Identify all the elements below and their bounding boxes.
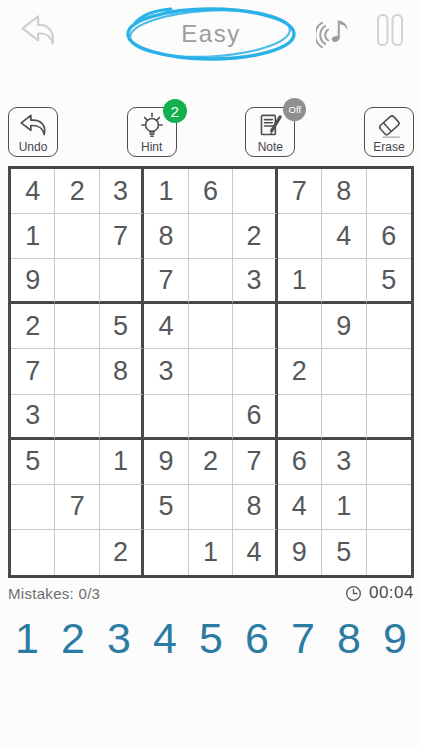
numpad-8[interactable]: 8 — [328, 614, 370, 662]
cell-r4c8[interactable]: 9 — [322, 304, 366, 349]
top-bar: Easy — [0, 0, 422, 62]
cell-r4c2[interactable] — [55, 304, 99, 349]
undo-arrow-icon — [17, 110, 49, 140]
cell-r7c7[interactable]: 6 — [278, 440, 322, 485]
cell-r2c8[interactable]: 4 — [322, 214, 366, 259]
cell-r2c1[interactable]: 1 — [11, 214, 55, 259]
cell-r1c3[interactable]: 3 — [100, 169, 144, 214]
cell-r9c9[interactable] — [367, 530, 411, 575]
cell-r8c8[interactable]: 1 — [322, 485, 366, 530]
cell-r8c6[interactable]: 8 — [233, 485, 277, 530]
cell-r5c4[interactable]: 3 — [144, 349, 188, 394]
cell-r6c3[interactable] — [100, 395, 144, 440]
cell-r7c6[interactable]: 7 — [233, 440, 277, 485]
erase-label: Erase — [373, 141, 404, 154]
cell-r7c5[interactable]: 2 — [189, 440, 233, 485]
cell-r7c1[interactable]: 5 — [11, 440, 55, 485]
cell-r7c3[interactable]: 1 — [100, 440, 144, 485]
eraser-icon — [373, 110, 405, 142]
cell-r6c5[interactable] — [189, 395, 233, 440]
status-bar: Mistakes: 0/3 00:04 — [8, 582, 414, 604]
cell-r2c3[interactable]: 7 — [100, 214, 144, 259]
cell-r4c6[interactable] — [233, 304, 277, 349]
cell-r9c7[interactable]: 9 — [278, 530, 322, 575]
cell-r1c5[interactable]: 6 — [189, 169, 233, 214]
cell-r4c5[interactable] — [189, 304, 233, 349]
cell-r3c8[interactable] — [322, 259, 366, 304]
toolbar: Undo 2 Hint Off Note — [8, 107, 414, 157]
cell-r3c6[interactable]: 3 — [233, 259, 277, 304]
cell-r2c2[interactable] — [55, 214, 99, 259]
cell-r9c5[interactable]: 1 — [189, 530, 233, 575]
cell-r5c2[interactable] — [55, 349, 99, 394]
cell-r4c7[interactable] — [278, 304, 322, 349]
cell-r9c8[interactable]: 5 — [322, 530, 366, 575]
undo-button[interactable]: Undo — [8, 107, 58, 157]
cell-r9c2[interactable] — [55, 530, 99, 575]
cell-r5c3[interactable]: 8 — [100, 349, 144, 394]
cell-r9c1[interactable] — [11, 530, 55, 575]
cell-r5c6[interactable] — [233, 349, 277, 394]
clock-icon — [344, 584, 363, 603]
cell-r7c2[interactable] — [55, 440, 99, 485]
cell-r2c5[interactable] — [189, 214, 233, 259]
cell-r1c4[interactable]: 1 — [144, 169, 188, 214]
cell-r9c6[interactable]: 4 — [233, 530, 277, 575]
cell-r9c3[interactable]: 2 — [100, 530, 144, 575]
cell-r3c2[interactable] — [55, 259, 99, 304]
cell-r1c8[interactable]: 8 — [322, 169, 366, 214]
cell-r6c6[interactable]: 6 — [233, 395, 277, 440]
erase-button[interactable]: Erase — [364, 107, 414, 157]
cell-r4c4[interactable]: 4 — [144, 304, 188, 349]
cell-r7c4[interactable]: 9 — [144, 440, 188, 485]
cell-r4c9[interactable] — [367, 304, 411, 349]
note-button[interactable]: Off Note — [245, 107, 295, 157]
sound-toggle-button[interactable] — [314, 8, 358, 52]
cell-r3c7[interactable]: 1 — [278, 259, 322, 304]
cell-r5c9[interactable] — [367, 349, 411, 394]
cell-r8c1[interactable] — [11, 485, 55, 530]
cell-r5c7[interactable]: 2 — [278, 349, 322, 394]
hint-button[interactable]: 2 Hint — [127, 107, 177, 157]
cell-r1c6[interactable] — [233, 169, 277, 214]
cell-r3c4[interactable]: 7 — [144, 259, 188, 304]
numpad-7[interactable]: 7 — [282, 614, 324, 662]
cell-r8c9[interactable] — [367, 485, 411, 530]
cell-r7c9[interactable] — [367, 440, 411, 485]
pause-icon — [370, 10, 410, 50]
note-pencil-icon — [254, 110, 286, 142]
cell-r9c4[interactable] — [144, 530, 188, 575]
cell-r1c2[interactable]: 2 — [55, 169, 99, 214]
back-arrow-icon — [12, 8, 58, 54]
numpad-2[interactable]: 2 — [52, 614, 94, 662]
cell-r3c3[interactable] — [100, 259, 144, 304]
numpad-6[interactable]: 6 — [236, 614, 278, 662]
cell-r6c2[interactable] — [55, 395, 99, 440]
difficulty-selector[interactable]: Easy — [123, 4, 299, 64]
note-off-badge: Off — [283, 98, 306, 121]
cell-r2c4[interactable]: 8 — [144, 214, 188, 259]
undo-label: Undo — [19, 141, 48, 154]
cell-r8c3[interactable] — [100, 485, 144, 530]
note-label: Note — [258, 141, 283, 154]
cell-r6c7[interactable] — [278, 395, 322, 440]
pause-button[interactable] — [368, 8, 412, 52]
cell-r3c9[interactable]: 5 — [367, 259, 411, 304]
cell-r5c5[interactable] — [189, 349, 233, 394]
numpad-9[interactable]: 9 — [374, 614, 416, 662]
cell-r7c8[interactable]: 3 — [322, 440, 366, 485]
music-note-icon — [316, 10, 356, 50]
sudoku-grid: 4231678178246973152549783236519276375841… — [8, 166, 414, 578]
timer-value: 00:04 — [369, 583, 414, 603]
cell-r1c1[interactable]: 4 — [11, 169, 55, 214]
cell-r6c1[interactable]: 3 — [11, 395, 55, 440]
mistakes-counter: Mistakes: 0/3 — [8, 585, 100, 602]
cell-r3c5[interactable] — [189, 259, 233, 304]
numpad-5[interactable]: 5 — [190, 614, 232, 662]
hint-count-badge: 2 — [163, 99, 187, 123]
cell-r8c4[interactable]: 5 — [144, 485, 188, 530]
cell-r4c3[interactable]: 5 — [100, 304, 144, 349]
cell-r6c4[interactable] — [144, 395, 188, 440]
numpad-3[interactable]: 3 — [98, 614, 140, 662]
cell-r2c6[interactable]: 2 — [233, 214, 277, 259]
cell-r8c2[interactable]: 7 — [55, 485, 99, 530]
cell-r2c9[interactable]: 6 — [367, 214, 411, 259]
cell-r5c8[interactable] — [322, 349, 366, 394]
numpad-4[interactable]: 4 — [144, 614, 186, 662]
cell-r2c7[interactable] — [278, 214, 322, 259]
cell-r8c7[interactable]: 4 — [278, 485, 322, 530]
cell-r4c1[interactable]: 2 — [11, 304, 55, 349]
cell-r8c5[interactable] — [189, 485, 233, 530]
cell-r6c9[interactable] — [367, 395, 411, 440]
back-button[interactable] — [12, 8, 58, 54]
difficulty-label: Easy — [181, 20, 240, 48]
number-pad: 123456789 — [4, 614, 418, 662]
numpad-1[interactable]: 1 — [6, 614, 48, 662]
cell-r5c1[interactable]: 7 — [11, 349, 55, 394]
cell-r3c1[interactable]: 9 — [11, 259, 55, 304]
hint-label: Hint — [141, 141, 162, 154]
cell-r1c9[interactable] — [367, 169, 411, 214]
cell-r6c8[interactable] — [322, 395, 366, 440]
cell-r1c7[interactable]: 7 — [278, 169, 322, 214]
